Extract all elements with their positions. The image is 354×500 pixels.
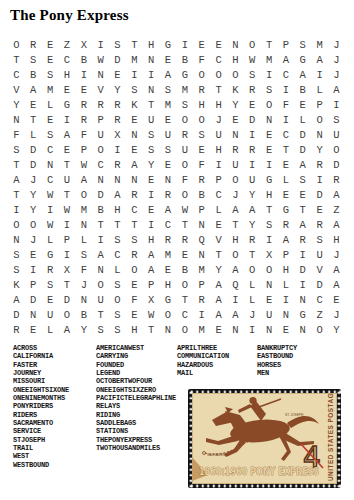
grid-cell: R — [75, 97, 92, 112]
puzzle-title: The Pony Express — [10, 7, 129, 24]
grid-cell: E — [176, 247, 193, 262]
stamp-bottom-text: 1860:1960 PONY EXPRESS — [199, 466, 319, 477]
word-item: OCTOBERTWOFOUR — [96, 377, 176, 385]
grid-cell: Q — [193, 232, 210, 247]
grid-cell: M — [75, 202, 92, 217]
grid-cell: R — [193, 172, 210, 187]
word-item: CALIFORNIA — [13, 352, 69, 360]
grid-cell: G — [294, 307, 311, 322]
grid-cell: A — [294, 217, 311, 232]
grid-cell: R — [126, 247, 143, 262]
grid-cell: I — [244, 322, 261, 337]
grid-cell: V — [92, 82, 109, 97]
grid-cell: Y — [311, 142, 328, 157]
grid-cell: N — [311, 127, 328, 142]
grid-cell: X — [261, 247, 278, 262]
grid-cell: A — [278, 232, 295, 247]
grid-cell: I — [261, 232, 278, 247]
grid-cell: I — [59, 247, 76, 262]
word-item: SERVICE — [13, 427, 69, 435]
grid-cell: O — [126, 262, 143, 277]
grid-cell: A — [210, 307, 227, 322]
grid-cell: P — [143, 277, 160, 292]
grid-cell: E — [294, 97, 311, 112]
grid-cell: Y — [109, 82, 126, 97]
grid-cell: N — [294, 322, 311, 337]
grid-cell: E — [126, 307, 143, 322]
grid-cell: R — [311, 157, 328, 172]
word-item: ACROSS — [13, 344, 69, 352]
word-column: BANKRUPTCYEASTBOUNDHORSESMEN — [257, 344, 297, 377]
grid-cell: E — [75, 82, 92, 97]
grid-cell: O — [261, 262, 278, 277]
grid-cell: L — [42, 97, 59, 112]
grid-cell: O — [261, 97, 278, 112]
grid-cell: I — [59, 112, 76, 127]
grid-cell: R — [193, 82, 210, 97]
grid-cell: I — [126, 67, 143, 82]
grid-cell: F — [75, 262, 92, 277]
grid-cell: C — [8, 67, 25, 82]
grid-cell: N — [160, 172, 177, 187]
grid-cell: S — [328, 112, 345, 127]
grid-cell: K — [126, 97, 143, 112]
grid-cell: T — [227, 217, 244, 232]
grid-cell: R — [160, 232, 177, 247]
word-item: WESTBOUND — [13, 461, 69, 469]
grid-cell: I — [42, 202, 59, 217]
grid-cell: A — [294, 157, 311, 172]
grid-cell: R — [109, 157, 126, 172]
grid-cell: A — [8, 292, 25, 307]
grid-cell: T — [8, 52, 25, 67]
grid-cell: L — [109, 262, 126, 277]
grid-cell: I — [75, 67, 92, 82]
grid-cell: A — [92, 247, 109, 262]
grid-cell: W — [92, 52, 109, 67]
grid-cell: U — [42, 307, 59, 322]
grid-cell: J — [328, 52, 345, 67]
grid-cell: E — [278, 187, 295, 202]
word-item: TWOTHOUSANDMILES — [96, 444, 176, 452]
grid-cell: B — [75, 52, 92, 67]
grid-cell: H — [261, 187, 278, 202]
grid-cell: T — [278, 142, 295, 157]
grid-cell: Y — [143, 157, 160, 172]
grid-cell: S — [42, 277, 59, 292]
grid-cell: T — [126, 37, 143, 52]
grid-cell: E — [160, 112, 177, 127]
grid-cell: B — [176, 262, 193, 277]
grid-cell: G — [278, 202, 295, 217]
grid-cell: P — [193, 277, 210, 292]
grid-cell: A — [328, 217, 345, 232]
grid-cell: T — [59, 157, 76, 172]
grid-cell: O — [244, 37, 261, 52]
grid-cell: C — [160, 217, 177, 232]
word-item: RIDING — [96, 411, 176, 419]
grid-cell: R — [193, 292, 210, 307]
grid-cell: I — [92, 37, 109, 52]
grid-cell: P — [25, 277, 42, 292]
grid-cell: I — [143, 67, 160, 82]
grid-cell: E — [294, 187, 311, 202]
grid-cell: S — [109, 232, 126, 247]
word-item: HAZARDOUS — [177, 361, 229, 369]
grid-cell: I — [193, 307, 210, 322]
grid-cell: H — [278, 262, 295, 277]
grid-cell: X — [59, 262, 76, 277]
grid-cell: E — [160, 157, 177, 172]
grid-cell: T — [126, 217, 143, 232]
grid-cell: O — [176, 187, 193, 202]
grid-cell: G — [176, 67, 193, 82]
grid-cell: S — [143, 127, 160, 142]
grid-cell: E — [109, 67, 126, 82]
grid-cell: O — [25, 217, 42, 232]
grid-cell: J — [328, 67, 345, 82]
word-item: STJOSEPH — [13, 436, 69, 444]
grid-cell: S — [92, 322, 109, 337]
grid-cell: E — [126, 112, 143, 127]
grid-cell: L — [210, 202, 227, 217]
grid-cell: Y — [210, 262, 227, 277]
grid-cell: N — [92, 262, 109, 277]
grid-cell: N — [278, 307, 295, 322]
grid-cell: A — [143, 247, 160, 262]
grid-cell: E — [193, 37, 210, 52]
grid-cell: E — [143, 202, 160, 217]
grid-cell: E — [25, 247, 42, 262]
grid-cell: Y — [244, 187, 261, 202]
word-item: FASTER — [13, 361, 69, 369]
grid-cell: H — [193, 97, 210, 112]
grid-cell: D — [25, 292, 42, 307]
grid-cell: D — [25, 157, 42, 172]
word-item: PACIFICTELEGRAPHLINE — [96, 394, 176, 402]
grid-cell: Z — [59, 37, 76, 52]
grid-cell: J — [25, 232, 42, 247]
word-item: MISSOURI — [13, 377, 69, 385]
word-item: TRAIL — [13, 444, 69, 452]
grid-cell: T — [8, 157, 25, 172]
grid-cell: S — [176, 97, 193, 112]
grid-cell: J — [75, 277, 92, 292]
grid-cell: Y — [244, 217, 261, 232]
grid-cell: L — [42, 232, 59, 247]
grid-cell: T — [176, 292, 193, 307]
word-item: EASTBOUND — [257, 352, 297, 360]
grid-cell: C — [59, 52, 76, 67]
word-item: PONYRIDERS — [13, 402, 69, 410]
grid-cell: A — [143, 262, 160, 277]
grid-cell: T — [92, 217, 109, 232]
grid-cell: R — [244, 142, 261, 157]
grid-cell: T — [8, 187, 25, 202]
grid-cell: A — [160, 202, 177, 217]
grid-cell: E — [278, 322, 295, 337]
grid-cell: O — [176, 322, 193, 337]
grid-cell: M — [193, 322, 210, 337]
grid-cell: V — [311, 262, 328, 277]
grid-cell: Y — [25, 202, 42, 217]
grid-cell: H — [109, 202, 126, 217]
grid-cell: J — [328, 307, 345, 322]
grid-cell: L — [311, 82, 328, 97]
grid-cell: S — [160, 82, 177, 97]
grid-cell: A — [109, 187, 126, 202]
word-item: THEPONYEXPRESS — [96, 436, 176, 444]
grid-cell: H — [59, 67, 76, 82]
grid-cell: C — [176, 307, 193, 322]
grid-cell: T — [59, 277, 76, 292]
grid-cell: U — [59, 172, 76, 187]
word-item: STATIONS — [96, 427, 176, 435]
grid-cell: T — [92, 307, 109, 322]
grid-cell: H — [143, 37, 160, 52]
grid-cell: N — [261, 277, 278, 292]
grid-cell: S — [160, 142, 177, 157]
grid-cell: A — [25, 82, 42, 97]
grid-cell: L — [244, 292, 261, 307]
grid-cell: S — [126, 82, 143, 97]
grid-cell: D — [25, 142, 42, 157]
grid-cell: N — [160, 322, 177, 337]
grid-cell: A — [59, 322, 76, 337]
grid-cell: S — [193, 127, 210, 142]
grid-cell: I — [244, 157, 261, 172]
grid-cell: E — [25, 322, 42, 337]
grid-cell: N — [92, 67, 109, 82]
grid-cell: S — [126, 232, 143, 247]
grid-cell: P — [59, 232, 76, 247]
grid-cell: B — [75, 307, 92, 322]
grid-cell: S — [8, 142, 25, 157]
grid-cell: D — [8, 307, 25, 322]
grid-cell: N — [25, 307, 42, 322]
grid-cell: H — [210, 142, 227, 157]
stamp-side-text: UNITED STATES POSTAGE — [327, 393, 334, 481]
word-item: COMMUNICATION — [177, 352, 229, 360]
grid-cell: E — [328, 292, 345, 307]
grid-cell: G — [294, 52, 311, 67]
grid-cell: L — [244, 277, 261, 292]
grid-cell: O — [75, 187, 92, 202]
word-item: RIDERS — [13, 411, 69, 419]
word-item: ONEEIGHTSIXZERO — [96, 386, 176, 394]
grid-cell: I — [311, 67, 328, 82]
grid-cell: Z — [328, 202, 345, 217]
grid-cell: G — [261, 172, 278, 187]
grid-cell: G — [160, 292, 177, 307]
grid-cell: E — [25, 97, 42, 112]
grid-cell: C — [42, 142, 59, 157]
grid-cell: N — [92, 172, 109, 187]
grid-cell: N — [227, 37, 244, 52]
grid-cell: F — [75, 127, 92, 142]
grid-cell: E — [42, 292, 59, 307]
grid-cell: N — [294, 292, 311, 307]
grid-cell: A — [210, 292, 227, 307]
word-item: AMERICANWEST — [96, 344, 176, 352]
grid-cell: Q — [227, 277, 244, 292]
grid-cell: R — [92, 97, 109, 112]
grid-cell: P — [278, 37, 295, 52]
grid-cell: N — [193, 217, 210, 232]
grid-cell: X — [143, 292, 160, 307]
grid-cell: D — [59, 292, 76, 307]
grid-cell: C — [210, 52, 227, 67]
grid-cell: P — [210, 172, 227, 187]
grid-cell: I — [261, 157, 278, 172]
grid-cell: I — [92, 232, 109, 247]
grid-cell: I — [143, 187, 160, 202]
grid-cell: S — [311, 232, 328, 247]
grid-cell: O — [227, 172, 244, 187]
grid-cell: I — [278, 292, 295, 307]
grid-cell: J — [244, 307, 261, 322]
grid-cell: Z — [311, 307, 328, 322]
grid-cell: S — [109, 277, 126, 292]
grid-cell: A — [328, 262, 345, 277]
grid-cell: B — [25, 67, 42, 82]
grid-cell: C — [278, 67, 295, 82]
grid-cell: R — [8, 322, 25, 337]
grid-cell: I — [261, 67, 278, 82]
grid-cell: S — [8, 262, 25, 277]
grid-cell: R — [25, 37, 42, 52]
grid-cell: S — [109, 307, 126, 322]
grid-cell: P — [278, 247, 295, 262]
grid-cell: N — [227, 322, 244, 337]
grid-cell: R — [244, 82, 261, 97]
grid-cell: M — [176, 82, 193, 97]
grid-cell: I — [143, 217, 160, 232]
grid-cell: J — [210, 112, 227, 127]
grid-cell: R — [244, 232, 261, 247]
grid-cell: R — [227, 142, 244, 157]
grid-cell: S — [42, 67, 59, 82]
grid-cell: U — [261, 307, 278, 322]
word-item: RELAYS — [96, 402, 176, 410]
grid-cell: N — [143, 82, 160, 97]
stamp-artwork: SACRAMENTO ST. JOSEPH — [192, 393, 337, 484]
grid-cell: E — [42, 112, 59, 127]
grid-cell: D — [294, 142, 311, 157]
grid-cell: E — [210, 322, 227, 337]
grid-cell: R — [294, 232, 311, 247]
grid-cell: L — [42, 322, 59, 337]
grid-cell: U — [176, 142, 193, 157]
grid-cell: R — [160, 187, 177, 202]
grid-cell: M — [193, 262, 210, 277]
grid-cell: T — [244, 247, 261, 262]
grid-cell: A — [75, 172, 92, 187]
grid-cell: U — [244, 172, 261, 187]
word-column: AMERICANWESTCARRYINGFOUNDEDLEGENDOCTOBER… — [96, 344, 176, 452]
grid-cell: E — [59, 82, 76, 97]
grid-cell: C — [109, 247, 126, 262]
grid-cell: A — [278, 52, 295, 67]
grid-cell: S — [25, 52, 42, 67]
grid-cell: E — [261, 292, 278, 307]
grid-cell: H — [160, 277, 177, 292]
grid-cell: J — [25, 172, 42, 187]
grid-cell: O — [210, 67, 227, 82]
grid-cell: S — [42, 127, 59, 142]
grid-cell: T — [261, 37, 278, 52]
grid-cell: R — [109, 112, 126, 127]
grid-cell: I — [176, 37, 193, 52]
word-item: APRILTHREE — [177, 344, 229, 352]
grid-cell: N — [8, 232, 25, 247]
grid-cell: P — [92, 112, 109, 127]
grid-cell: U — [227, 157, 244, 172]
word-item: WEST — [13, 452, 69, 460]
grid-cell: A — [311, 52, 328, 67]
grid-cell: T — [109, 217, 126, 232]
word-item: FOUNDED — [96, 361, 176, 369]
grid-cell: R — [278, 217, 295, 232]
grid-cell: J — [328, 37, 345, 52]
grid-cell: E — [42, 52, 59, 67]
grid-cell: N — [42, 157, 59, 172]
grid-cell: N — [126, 127, 143, 142]
grid-cell: F — [8, 127, 25, 142]
word-column: ACROSSCALIFORNIAFASTERJOURNEYMISSOURIONE… — [13, 344, 69, 469]
grid-cell: B — [193, 187, 210, 202]
grid-cell: S — [75, 247, 92, 262]
grid-cell: O — [193, 67, 210, 82]
grid-cell: O — [176, 157, 193, 172]
grid-cell: K — [227, 82, 244, 97]
grid-cell: A — [160, 67, 177, 82]
grid-cell: H — [126, 322, 143, 337]
grid-cell: W — [59, 202, 76, 217]
word-item: CARRYING — [96, 352, 176, 360]
grid-cell: S — [109, 37, 126, 52]
grid-cell: B — [92, 202, 109, 217]
grid-cell: F — [193, 52, 210, 67]
grid-cell: E — [59, 142, 76, 157]
grid-cell: O — [227, 67, 244, 82]
grid-cell: W — [176, 202, 193, 217]
word-search-grid: OREZXISTHGIEENOTPSMJTSECBWDMNEBFCHWMAGAJ… — [8, 37, 345, 337]
grid-cell: B — [176, 52, 193, 67]
grid-cell: M — [311, 37, 328, 52]
grid-cell: N — [8, 112, 25, 127]
grid-cell: I — [59, 217, 76, 232]
grid-cell: O — [176, 277, 193, 292]
grid-cell: E — [261, 142, 278, 157]
grid-cell: O — [8, 217, 25, 232]
grid-cell: L — [278, 172, 295, 187]
grid-cell: U — [328, 127, 345, 142]
grid-cell: E — [278, 157, 295, 172]
grid-cell: I — [278, 112, 295, 127]
grid-cell: E — [311, 202, 328, 217]
grid-cell: T — [143, 322, 160, 337]
grid-cell: L — [294, 112, 311, 127]
grid-cell: G — [59, 97, 76, 112]
grid-cell: O — [244, 262, 261, 277]
stamp-illustration: SACRAMENTO ST. JOSEPH — [192, 393, 337, 484]
grid-cell: O — [59, 307, 76, 322]
pony-express-stamp: SACRAMENTO ST. JOSEPH — [188, 389, 341, 488]
grid-cell: Y — [25, 187, 42, 202]
grid-cell: S — [8, 247, 25, 262]
grid-cell: N — [126, 172, 143, 187]
